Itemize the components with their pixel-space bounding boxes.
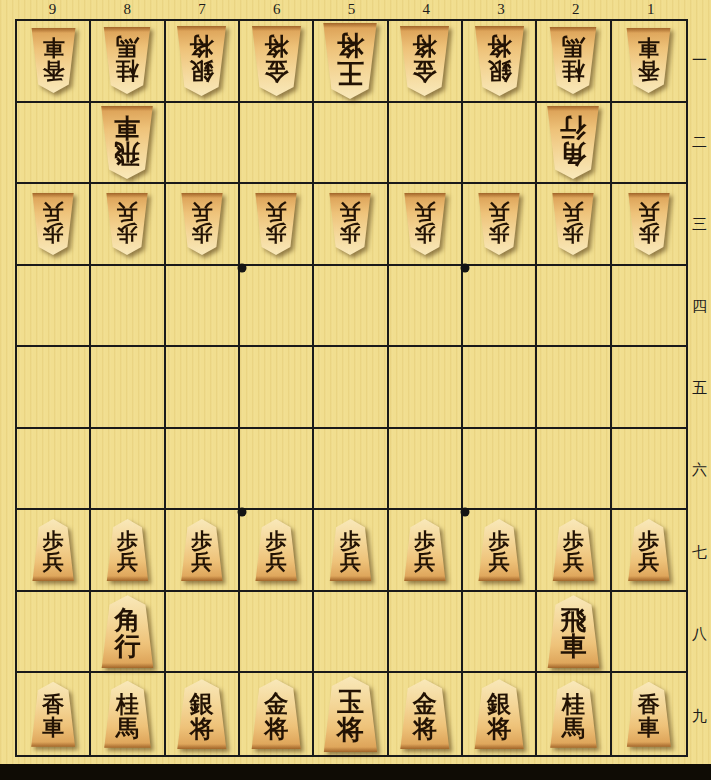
piece-gote-pawn[interactable]: 歩兵 (178, 193, 226, 255)
file-label-9: 9 (15, 0, 90, 19)
hoshi-dot (461, 264, 470, 273)
piece-kanji: 桂 (116, 693, 139, 716)
piece-kanji: 銀 (487, 58, 511, 82)
square-2三[interactable]: 歩兵 (537, 184, 611, 266)
square-1六[interactable] (612, 429, 686, 511)
piece-wrap: 金将 (248, 26, 305, 96)
rank-label-8: 八 (688, 593, 711, 675)
piece-sente-pawn[interactable]: 歩兵 (252, 519, 300, 581)
rank-labels: 一二三四五六七八九 (688, 19, 711, 757)
square-5八[interactable] (314, 592, 388, 674)
piece-wrap: 歩兵 (475, 193, 523, 255)
piece-sente-lance[interactable]: 香車 (28, 682, 79, 747)
piece-wrap: 香車 (623, 682, 674, 747)
square-1三[interactable]: 歩兵 (612, 184, 686, 266)
piece-sente-knight[interactable]: 桂馬 (546, 681, 600, 748)
piece-kanji: 兵 (43, 200, 64, 221)
piece-kanji: 車 (638, 717, 660, 739)
square-8二[interactable]: 飛車 (91, 103, 165, 185)
square-9三[interactable]: 歩兵 (17, 184, 91, 266)
piece-wrap: 銀将 (173, 679, 230, 749)
square-4八[interactable] (389, 592, 463, 674)
file-label-8: 8 (90, 0, 165, 19)
piece-sente-gold[interactable]: 金将 (396, 679, 453, 749)
piece-kanji: 車 (638, 36, 660, 58)
piece-gote-knight[interactable]: 桂馬 (100, 27, 154, 94)
square-3三[interactable]: 歩兵 (463, 184, 537, 266)
rank-label-1: 一 (688, 19, 711, 101)
piece-gote-bishop[interactable]: 角行 (543, 106, 603, 179)
square-5四[interactable] (314, 266, 388, 348)
piece-kanji: 馬 (562, 35, 585, 58)
piece-kanji: 兵 (489, 200, 510, 221)
piece-kanji: 金 (413, 692, 437, 716)
piece-kanji: 香 (42, 58, 64, 80)
piece-kanji: 馬 (116, 35, 139, 58)
rank-label-6: 六 (688, 429, 711, 511)
piece-kanji: 桂 (562, 693, 585, 716)
square-2七[interactable]: 歩兵 (537, 510, 611, 592)
square-9八[interactable] (17, 592, 91, 674)
piece-wrap: 桂馬 (546, 27, 600, 94)
piece-kanji: 王 (337, 58, 364, 86)
hoshi-dot (461, 508, 470, 517)
piece-kanji: 兵 (563, 552, 584, 573)
piece-kanji: 兵 (191, 552, 212, 573)
piece-kanji: 歩 (43, 531, 64, 552)
piece-kanji: 飛 (560, 608, 586, 635)
piece-kanji: 兵 (414, 552, 435, 573)
square-9一[interactable]: 香車 (17, 21, 91, 103)
piece-sente-gold[interactable]: 金将 (248, 679, 305, 749)
square-3六[interactable] (463, 429, 537, 511)
piece-wrap: 歩兵 (103, 519, 151, 581)
hoshi-dot (238, 264, 247, 273)
piece-sente-pawn[interactable]: 歩兵 (625, 519, 673, 581)
square-4九[interactable]: 金将 (389, 673, 463, 755)
piece-kanji: 兵 (117, 200, 138, 221)
square-6五[interactable] (240, 347, 314, 429)
piece-kanji: 将 (190, 717, 214, 741)
piece-wrap: 歩兵 (178, 519, 226, 581)
piece-kanji: 歩 (489, 222, 510, 243)
piece-wrap: 桂馬 (546, 681, 600, 748)
piece-sente-rook[interactable]: 飛車 (543, 595, 603, 668)
piece-wrap: 香車 (28, 28, 79, 93)
piece-kanji: 飛 (114, 140, 140, 167)
square-6二[interactable] (240, 103, 314, 185)
piece-kanji: 金 (264, 58, 288, 82)
piece-wrap: 金将 (396, 679, 453, 749)
piece-wrap: 桂馬 (100, 27, 154, 94)
square-6九[interactable]: 金将 (240, 673, 314, 755)
piece-wrap: 歩兵 (29, 519, 77, 581)
piece-wrap: 歩兵 (625, 193, 673, 255)
piece-kanji: 銀 (487, 692, 511, 716)
square-7九[interactable]: 銀将 (166, 673, 240, 755)
square-1九[interactable]: 香車 (612, 673, 686, 755)
piece-wrap: 香車 (28, 682, 79, 747)
square-6六[interactable] (240, 429, 314, 511)
file-label-6: 6 (239, 0, 314, 19)
square-7二[interactable] (166, 103, 240, 185)
piece-kanji: 金 (264, 692, 288, 716)
square-7三[interactable]: 歩兵 (166, 184, 240, 266)
square-2一[interactable]: 桂馬 (537, 21, 611, 103)
square-1五[interactable] (612, 347, 686, 429)
piece-kanji: 香 (638, 694, 660, 716)
piece-kanji: 歩 (414, 222, 435, 243)
square-4四[interactable] (389, 266, 463, 348)
piece-gote-rook[interactable]: 飛車 (97, 106, 157, 179)
piece-kanji: 金 (413, 58, 437, 82)
square-5二[interactable] (314, 103, 388, 185)
rank-label-2: 二 (688, 101, 711, 183)
piece-kanji: 桂 (562, 58, 585, 81)
piece-wrap: 香車 (623, 28, 674, 93)
piece-wrap: 飛車 (97, 106, 157, 179)
square-8一[interactable]: 桂馬 (91, 21, 165, 103)
piece-wrap: 歩兵 (475, 519, 523, 581)
file-label-4: 4 (389, 0, 464, 19)
square-4二[interactable] (389, 103, 463, 185)
square-7六[interactable] (166, 429, 240, 511)
square-9五[interactable] (17, 347, 91, 429)
piece-sente-pawn[interactable]: 歩兵 (401, 519, 449, 581)
piece-kanji: 車 (42, 36, 64, 58)
piece-kanji: 兵 (266, 200, 287, 221)
piece-kanji: 兵 (266, 552, 287, 573)
piece-kanji: 兵 (340, 552, 361, 573)
square-3九[interactable]: 銀将 (463, 673, 537, 755)
piece-kanji: 歩 (43, 222, 64, 243)
piece-wrap: 王将 (319, 23, 381, 99)
piece-gote-pawn[interactable]: 歩兵 (401, 193, 449, 255)
file-label-3: 3 (464, 0, 539, 19)
piece-kanji: 車 (42, 717, 64, 739)
piece-kanji: 兵 (414, 200, 435, 221)
square-1八[interactable] (612, 592, 686, 674)
hoshi-dot (238, 508, 247, 517)
piece-wrap: 桂馬 (100, 681, 154, 748)
piece-kanji: 行 (560, 113, 586, 140)
piece-kanji: 歩 (191, 531, 212, 552)
piece-kanji: 歩 (191, 222, 212, 243)
square-2二[interactable]: 角行 (537, 103, 611, 185)
square-8三[interactable]: 歩兵 (91, 184, 165, 266)
piece-kanji: 銀 (190, 58, 214, 82)
board-panel: 987654321 一二三四五六七八九 香車桂馬銀将金将王将金将銀将桂馬香車飛車… (0, 0, 711, 764)
square-1一[interactable]: 香車 (612, 21, 686, 103)
piece-wrap: 銀将 (173, 26, 230, 96)
piece-sente-pawn[interactable]: 歩兵 (103, 519, 151, 581)
square-7五[interactable] (166, 347, 240, 429)
piece-kanji: 車 (560, 634, 586, 661)
piece-wrap: 銀将 (471, 26, 528, 96)
square-2五[interactable] (537, 347, 611, 429)
piece-sente-knight[interactable]: 桂馬 (100, 681, 154, 748)
piece-kanji: 将 (264, 34, 288, 58)
piece-kanji: 角 (114, 608, 140, 635)
square-2四[interactable] (537, 266, 611, 348)
piece-kanji: 将 (413, 34, 437, 58)
square-1二[interactable] (612, 103, 686, 185)
square-4一[interactable]: 金将 (389, 21, 463, 103)
square-6一[interactable]: 金将 (240, 21, 314, 103)
file-label-7: 7 (165, 0, 240, 19)
square-3八[interactable] (463, 592, 537, 674)
piece-kanji: 歩 (266, 531, 287, 552)
piece-kanji: 将 (487, 717, 511, 741)
piece-gote-pawn[interactable]: 歩兵 (549, 193, 597, 255)
piece-kanji: 銀 (190, 692, 214, 716)
piece-wrap: 金将 (396, 26, 453, 96)
piece-sente-pawn[interactable]: 歩兵 (178, 519, 226, 581)
piece-kanji: 歩 (340, 531, 361, 552)
square-7八[interactable] (166, 592, 240, 674)
piece-gote-pawn[interactable]: 歩兵 (326, 193, 374, 255)
square-8七[interactable]: 歩兵 (91, 510, 165, 592)
square-2六[interactable] (537, 429, 611, 511)
piece-gote-lance[interactable]: 香車 (623, 28, 674, 93)
piece-kanji: 歩 (563, 531, 584, 552)
piece-sente-bishop[interactable]: 角行 (97, 595, 157, 668)
piece-wrap: 歩兵 (103, 193, 151, 255)
piece-gote-pawn[interactable]: 歩兵 (475, 193, 523, 255)
piece-wrap: 歩兵 (252, 519, 300, 581)
square-8四[interactable] (91, 266, 165, 348)
square-4五[interactable] (389, 347, 463, 429)
square-2八[interactable]: 飛車 (537, 592, 611, 674)
square-3一[interactable]: 銀将 (463, 21, 537, 103)
piece-kanji: 将 (190, 34, 214, 58)
piece-kanji: 将 (487, 34, 511, 58)
piece-wrap: 歩兵 (29, 193, 77, 255)
square-9四[interactable] (17, 266, 91, 348)
square-3四[interactable] (463, 266, 537, 348)
piece-gote-king[interactable]: 王将 (319, 23, 381, 99)
square-5一[interactable]: 王将 (314, 21, 388, 103)
square-5五[interactable] (314, 347, 388, 429)
piece-wrap: 歩兵 (326, 193, 374, 255)
rank-label-7: 七 (688, 511, 711, 593)
piece-wrap: 歩兵 (625, 519, 673, 581)
square-8九[interactable]: 桂馬 (91, 673, 165, 755)
piece-kanji: 歩 (340, 222, 361, 243)
piece-kanji: 香 (638, 58, 660, 80)
rank-label-5: 五 (688, 347, 711, 429)
piece-kanji: 行 (114, 634, 140, 661)
piece-kanji: 歩 (414, 531, 435, 552)
piece-kanji: 車 (114, 113, 140, 140)
piece-wrap: 歩兵 (178, 193, 226, 255)
piece-kanji: 玉 (337, 689, 364, 717)
piece-sente-silver[interactable]: 銀将 (173, 679, 230, 749)
piece-kanji: 桂 (116, 58, 139, 81)
square-9七[interactable]: 歩兵 (17, 510, 91, 592)
piece-kanji: 兵 (563, 200, 584, 221)
piece-kanji: 兵 (340, 200, 361, 221)
square-5七[interactable]: 歩兵 (314, 510, 388, 592)
file-label-5: 5 (314, 0, 389, 19)
square-7四[interactable] (166, 266, 240, 348)
piece-wrap: 歩兵 (549, 193, 597, 255)
piece-wrap: 歩兵 (401, 519, 449, 581)
piece-kanji: 将 (337, 717, 364, 745)
piece-kanji: 兵 (638, 552, 659, 573)
piece-wrap: 角行 (543, 106, 603, 179)
piece-kanji: 歩 (266, 222, 287, 243)
piece-sente-king[interactable]: 玉将 (319, 676, 381, 752)
piece-gote-gold[interactable]: 金将 (396, 26, 453, 96)
square-8六[interactable] (91, 429, 165, 511)
piece-wrap: 歩兵 (252, 193, 300, 255)
piece-kanji: 兵 (117, 552, 138, 573)
piece-wrap: 飛車 (543, 595, 603, 668)
piece-gote-pawn[interactable]: 歩兵 (625, 193, 673, 255)
piece-gote-pawn[interactable]: 歩兵 (29, 193, 77, 255)
piece-gote-knight[interactable]: 桂馬 (546, 27, 600, 94)
square-1四[interactable] (612, 266, 686, 348)
piece-kanji: 歩 (563, 222, 584, 243)
square-6三[interactable]: 歩兵 (240, 184, 314, 266)
piece-kanji: 歩 (489, 531, 510, 552)
square-3五[interactable] (463, 347, 537, 429)
piece-wrap: 歩兵 (401, 193, 449, 255)
square-8八[interactable]: 角行 (91, 592, 165, 674)
piece-wrap: 銀将 (471, 679, 528, 749)
square-3七[interactable]: 歩兵 (463, 510, 537, 592)
square-6八[interactable] (240, 592, 314, 674)
shogi-screenshot: 987654321 一二三四五六七八九 香車桂馬銀将金将王将金将銀将桂馬香車飛車… (0, 0, 711, 780)
square-9二[interactable] (17, 103, 91, 185)
square-3二[interactable] (463, 103, 537, 185)
piece-wrap: 金将 (248, 679, 305, 749)
square-1七[interactable]: 歩兵 (612, 510, 686, 592)
piece-sente-pawn[interactable]: 歩兵 (326, 519, 374, 581)
piece-wrap: 玉将 (319, 676, 381, 752)
piece-sente-pawn[interactable]: 歩兵 (475, 519, 523, 581)
piece-kanji: 兵 (43, 552, 64, 573)
piece-kanji: 将 (413, 717, 437, 741)
piece-kanji: 歩 (638, 222, 659, 243)
piece-wrap: 歩兵 (326, 519, 374, 581)
square-8五[interactable] (91, 347, 165, 429)
piece-gote-pawn[interactable]: 歩兵 (103, 193, 151, 255)
square-4三[interactable]: 歩兵 (389, 184, 463, 266)
piece-sente-pawn[interactable]: 歩兵 (29, 519, 77, 581)
piece-kanji: 兵 (489, 552, 510, 573)
piece-gote-pawn[interactable]: 歩兵 (252, 193, 300, 255)
piece-gote-gold[interactable]: 金将 (248, 26, 305, 96)
piece-sente-silver[interactable]: 銀将 (471, 679, 528, 749)
square-7七[interactable]: 歩兵 (166, 510, 240, 592)
piece-kanji: 馬 (562, 717, 585, 740)
piece-wrap: 角行 (97, 595, 157, 668)
piece-wrap: 歩兵 (549, 519, 597, 581)
square-5六[interactable] (314, 429, 388, 511)
square-6七[interactable]: 歩兵 (240, 510, 314, 592)
file-label-2: 2 (538, 0, 613, 19)
square-4七[interactable]: 歩兵 (389, 510, 463, 592)
piece-kanji: 角 (560, 140, 586, 167)
piece-sente-lance[interactable]: 香車 (623, 682, 674, 747)
piece-gote-silver[interactable]: 銀将 (471, 26, 528, 96)
square-2九[interactable]: 桂馬 (537, 673, 611, 755)
square-6四[interactable] (240, 266, 314, 348)
square-9九[interactable]: 香車 (17, 673, 91, 755)
piece-kanji: 将 (264, 717, 288, 741)
shogi-board: 香車桂馬銀将金将王将金将銀将桂馬香車飛車角行歩兵歩兵歩兵歩兵歩兵歩兵歩兵歩兵歩兵… (15, 19, 688, 757)
rank-label-9: 九 (688, 675, 711, 757)
piece-kanji: 兵 (191, 200, 212, 221)
file-labels: 987654321 (15, 0, 688, 19)
square-4六[interactable] (389, 429, 463, 511)
rank-label-4: 四 (688, 265, 711, 347)
square-5三[interactable]: 歩兵 (314, 184, 388, 266)
square-5九[interactable]: 玉将 (314, 673, 388, 755)
square-7一[interactable]: 銀将 (166, 21, 240, 103)
piece-kanji: 馬 (116, 717, 139, 740)
piece-gote-lance[interactable]: 香車 (28, 28, 79, 93)
rank-label-3: 三 (688, 183, 711, 265)
piece-gote-silver[interactable]: 銀将 (173, 26, 230, 96)
piece-kanji: 将 (337, 30, 364, 58)
piece-kanji: 香 (42, 694, 64, 716)
piece-kanji: 歩 (638, 531, 659, 552)
file-label-1: 1 (613, 0, 688, 19)
square-9六[interactable] (17, 429, 91, 511)
piece-kanji: 歩 (117, 222, 138, 243)
piece-sente-pawn[interactable]: 歩兵 (549, 519, 597, 581)
piece-kanji: 歩 (117, 531, 138, 552)
piece-kanji: 兵 (638, 200, 659, 221)
